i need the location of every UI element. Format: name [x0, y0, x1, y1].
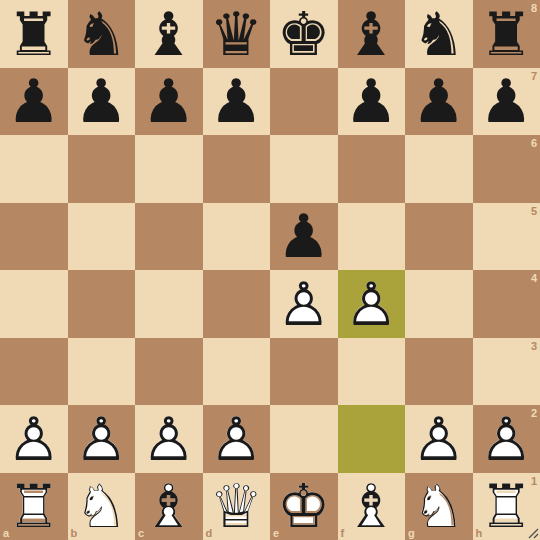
square-c1[interactable]: c♝♗ — [135, 473, 203, 540]
square-c2[interactable]: ♟♙ — [135, 405, 203, 473]
square-f1[interactable]: f♝♗ — [338, 473, 406, 540]
chess-board: ♜♞♝♛♚♝♞8♜♟♟♟♟♟♟7♟6♟5♟♙♟♙43♟♙♟♙♟♙♟♙♟♙2♟♙a… — [0, 0, 540, 540]
square-c7[interactable]: ♟ — [135, 68, 203, 136]
white-bishop-outline-glyph: ♗ — [338, 473, 406, 540]
piece-black-knight[interactable]: ♞ — [68, 0, 136, 68]
piece-white-queen[interactable]: ♛♕ — [203, 473, 271, 540]
piece-white-pawn[interactable]: ♟♙ — [0, 405, 68, 473]
square-a5[interactable] — [0, 203, 68, 271]
square-h5[interactable]: 5 — [473, 203, 540, 271]
coord-rank-3: 3 — [531, 340, 537, 352]
square-g1[interactable]: g♞♘ — [405, 473, 473, 540]
black-bishop-glyph: ♝ — [135, 0, 203, 68]
square-d4[interactable] — [203, 270, 271, 338]
white-king-outline-glyph: ♔ — [270, 473, 338, 540]
white-pawn-outline-glyph: ♙ — [135, 405, 203, 473]
square-a1[interactable]: a♜♖ — [0, 473, 68, 540]
square-h3[interactable]: 3 — [473, 338, 540, 406]
piece-black-pawn[interactable]: ♟ — [405, 68, 473, 136]
square-d2[interactable]: ♟♙ — [203, 405, 271, 473]
black-rook-glyph: ♜ — [473, 0, 540, 68]
black-pawn-glyph: ♟ — [473, 68, 540, 136]
black-rook-glyph: ♜ — [0, 0, 68, 68]
square-a6[interactable] — [0, 135, 68, 203]
square-f2[interactable] — [338, 405, 406, 473]
square-b7[interactable]: ♟ — [68, 68, 136, 136]
black-pawn-glyph: ♟ — [203, 68, 271, 136]
square-f8[interactable]: ♝ — [338, 0, 406, 68]
piece-black-pawn[interactable]: ♟ — [203, 68, 271, 136]
piece-white-bishop[interactable]: ♝♗ — [338, 473, 406, 540]
square-e4[interactable]: ♟♙ — [270, 270, 338, 338]
black-pawn-glyph: ♟ — [405, 68, 473, 136]
piece-black-pawn[interactable]: ♟ — [473, 68, 540, 136]
piece-black-bishop[interactable]: ♝ — [338, 0, 406, 68]
square-g6[interactable] — [405, 135, 473, 203]
black-pawn-glyph: ♟ — [68, 68, 136, 136]
square-b8[interactable]: ♞ — [68, 0, 136, 68]
square-g8[interactable]: ♞ — [405, 0, 473, 68]
square-h4[interactable]: 4 — [473, 270, 540, 338]
square-b2[interactable]: ♟♙ — [68, 405, 136, 473]
square-h8[interactable]: 8♜ — [473, 0, 540, 68]
square-f5[interactable] — [338, 203, 406, 271]
piece-white-pawn[interactable]: ♟♙ — [203, 405, 271, 473]
piece-white-pawn[interactable]: ♟♙ — [68, 405, 136, 473]
square-d1[interactable]: d♛♕ — [203, 473, 271, 540]
piece-black-pawn[interactable]: ♟ — [135, 68, 203, 136]
piece-white-pawn[interactable]: ♟♙ — [473, 405, 540, 473]
square-c3[interactable] — [135, 338, 203, 406]
white-pawn-outline-glyph: ♙ — [203, 405, 271, 473]
square-f6[interactable] — [338, 135, 406, 203]
piece-black-king[interactable]: ♚ — [270, 0, 338, 68]
square-g5[interactable] — [405, 203, 473, 271]
square-g4[interactable] — [405, 270, 473, 338]
square-a3[interactable] — [0, 338, 68, 406]
piece-black-pawn[interactable]: ♟ — [338, 68, 406, 136]
piece-black-pawn[interactable]: ♟ — [270, 203, 338, 271]
piece-black-knight[interactable]: ♞ — [405, 0, 473, 68]
coord-rank-6: 6 — [531, 137, 537, 149]
piece-white-pawn[interactable]: ♟♙ — [338, 270, 406, 338]
black-knight-glyph: ♞ — [68, 0, 136, 68]
square-b6[interactable] — [68, 135, 136, 203]
black-pawn-glyph: ♟ — [270, 203, 338, 271]
square-e7[interactable] — [270, 68, 338, 136]
piece-white-king[interactable]: ♚♔ — [270, 473, 338, 540]
square-d7[interactable]: ♟ — [203, 68, 271, 136]
piece-black-pawn[interactable]: ♟ — [68, 68, 136, 136]
white-pawn-outline-glyph: ♙ — [473, 405, 540, 473]
square-e8[interactable]: ♚ — [270, 0, 338, 68]
piece-black-queen[interactable]: ♛ — [203, 0, 271, 68]
square-g2[interactable]: ♟♙ — [405, 405, 473, 473]
square-b3[interactable] — [68, 338, 136, 406]
piece-white-pawn[interactable]: ♟♙ — [405, 405, 473, 473]
square-e5[interactable]: ♟ — [270, 203, 338, 271]
white-pawn-outline-glyph: ♙ — [68, 405, 136, 473]
square-d3[interactable] — [203, 338, 271, 406]
square-c4[interactable] — [135, 270, 203, 338]
black-knight-glyph: ♞ — [405, 0, 473, 68]
white-rook-outline-glyph: ♖ — [0, 473, 68, 540]
piece-black-pawn[interactable]: ♟ — [0, 68, 68, 136]
square-d6[interactable] — [203, 135, 271, 203]
black-bishop-glyph: ♝ — [338, 0, 406, 68]
square-f3[interactable] — [338, 338, 406, 406]
square-c6[interactable] — [135, 135, 203, 203]
square-f7[interactable]: ♟ — [338, 68, 406, 136]
black-king-glyph: ♚ — [270, 0, 338, 68]
square-a8[interactable]: ♜ — [0, 0, 68, 68]
square-f4[interactable]: ♟♙ — [338, 270, 406, 338]
square-a2[interactable]: ♟♙ — [0, 405, 68, 473]
square-c5[interactable] — [135, 203, 203, 271]
square-b4[interactable] — [68, 270, 136, 338]
square-e1[interactable]: e♚♔ — [270, 473, 338, 540]
square-e6[interactable] — [270, 135, 338, 203]
resize-handle-icon[interactable] — [528, 528, 539, 539]
piece-white-rook[interactable]: ♜♖ — [0, 473, 68, 540]
square-g7[interactable]: ♟ — [405, 68, 473, 136]
piece-white-bishop[interactable]: ♝♗ — [135, 473, 203, 540]
white-bishop-outline-glyph: ♗ — [135, 473, 203, 540]
square-h7[interactable]: 7♟ — [473, 68, 540, 136]
square-e2[interactable] — [270, 405, 338, 473]
black-pawn-glyph: ♟ — [135, 68, 203, 136]
piece-black-bishop[interactable]: ♝ — [135, 0, 203, 68]
piece-white-pawn[interactable]: ♟♙ — [135, 405, 203, 473]
square-h2[interactable]: 2♟♙ — [473, 405, 540, 473]
square-d8[interactable]: ♛ — [203, 0, 271, 68]
piece-black-rook[interactable]: ♜ — [473, 0, 540, 68]
square-a7[interactable]: ♟ — [0, 68, 68, 136]
white-pawn-outline-glyph: ♙ — [270, 270, 338, 338]
white-queen-outline-glyph: ♕ — [203, 473, 271, 540]
coord-rank-4: 4 — [531, 272, 537, 284]
black-pawn-glyph: ♟ — [338, 68, 406, 136]
piece-white-knight[interactable]: ♞♘ — [68, 473, 136, 540]
black-queen-glyph: ♛ — [203, 0, 271, 68]
white-knight-outline-glyph: ♘ — [405, 473, 473, 540]
square-b5[interactable] — [68, 203, 136, 271]
black-pawn-glyph: ♟ — [0, 68, 68, 136]
piece-white-pawn[interactable]: ♟♙ — [270, 270, 338, 338]
square-c8[interactable]: ♝ — [135, 0, 203, 68]
square-g3[interactable] — [405, 338, 473, 406]
square-d5[interactable] — [203, 203, 271, 271]
square-h6[interactable]: 6 — [473, 135, 540, 203]
white-pawn-outline-glyph: ♙ — [405, 405, 473, 473]
white-pawn-outline-glyph: ♙ — [338, 270, 406, 338]
white-knight-outline-glyph: ♘ — [68, 473, 136, 540]
piece-black-rook[interactable]: ♜ — [0, 0, 68, 68]
piece-white-knight[interactable]: ♞♘ — [405, 473, 473, 540]
white-pawn-outline-glyph: ♙ — [0, 405, 68, 473]
square-a4[interactable] — [0, 270, 68, 338]
square-e3[interactable] — [270, 338, 338, 406]
coord-rank-5: 5 — [531, 205, 537, 217]
square-b1[interactable]: b♞♘ — [68, 473, 136, 540]
